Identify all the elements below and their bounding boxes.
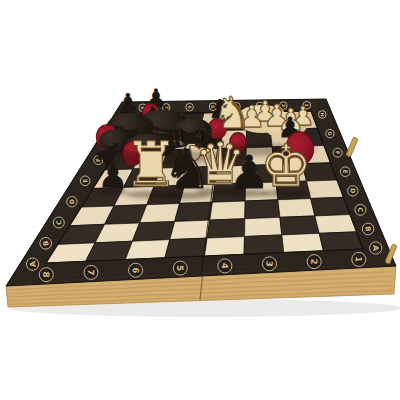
border-label-top: 5 [209,103,217,111]
coordinate-text: D [349,188,356,193]
coordinate-text: G [108,137,114,142]
coordinate-text: 4 [234,105,239,108]
board-square [246,165,277,184]
brass-clasp [346,137,358,157]
board-square [315,215,357,234]
board-square [215,165,246,184]
coordinate-text: C [356,207,364,212]
border-label-bottom: 3 [262,257,276,271]
border-label-right: B [362,223,374,235]
border-label-right: E [340,167,350,177]
coordinate-text: 8 [140,106,145,109]
border-label-left: A [26,257,39,270]
board-square [245,182,278,201]
border-label-right: H [318,111,326,119]
border-label-bottom: 8 [39,267,53,281]
coordinate-text: E [342,170,348,174]
board-square [244,235,284,254]
board-square [319,232,363,251]
border-label-top: 4 [233,103,241,111]
border-label-top: 1 [303,101,311,109]
border-label-left: B [39,237,52,250]
coordinate-text: 2 [309,258,319,264]
coordinate-text: 8 [41,271,51,277]
coordinate-text: D [68,199,75,205]
border-label-left: E [80,176,90,186]
border-label-bottom: 4 [218,259,232,273]
border-label-bottom: 1 [352,252,366,266]
board-square [125,240,170,260]
coordinate-text: 1 [304,104,309,107]
coordinate-text: B [363,226,371,232]
border-label-left: G [107,135,116,144]
board-square [205,237,245,257]
coordinate-text: B [42,240,50,246]
board-square [247,112,271,130]
board-square [272,146,302,164]
brass-clasp-hook [346,137,358,157]
board-square [180,184,215,203]
coordinate-text: 6 [130,267,140,273]
border-label-left: F [93,155,103,165]
border-label-top: 6 [186,103,194,111]
board-square [210,201,245,220]
board-square [278,199,315,218]
coordinate-text: 3 [257,104,262,107]
border-label-right: C [355,204,366,215]
border-label-top: 8 [139,104,147,112]
border-label-right: F [333,148,342,157]
coordinate-text: 5 [175,265,185,271]
coordinate-text: A [371,245,380,251]
board-square [223,112,247,130]
coordinate-text: 7 [86,269,96,275]
border-label-left: D [66,196,77,207]
coordinate-text: 1 [354,256,364,262]
coordinate-text: E [82,179,88,184]
coordinate-text: 6 [187,105,192,108]
coordinate-text: G [327,131,333,135]
board-square [276,181,311,200]
coordinate-text: 7 [164,106,169,109]
border-label-bottom: 2 [307,254,321,268]
board-scene: 8765432187654321ABCDEFGHABCDEFGH [0,0,400,400]
border-label-left: H [120,114,128,122]
border-label-right: D [347,185,358,196]
border-label-right: A [369,242,382,255]
board-square [274,164,306,183]
coordinate-text: C [55,220,63,226]
board-square [165,238,207,258]
border-label-right: G [326,129,335,138]
border-label-left: C [53,217,65,229]
border-label-top: 3 [256,102,264,110]
board-square [245,200,280,219]
board-square [175,202,213,221]
border-label-top: 2 [280,102,288,110]
board-square [207,219,245,238]
board-square [246,129,272,147]
board-square [170,220,210,240]
coordinate-text: 5 [210,105,215,108]
board-square [246,147,274,166]
coordinate-text: H [122,116,127,120]
coordinate-text: A [28,261,37,268]
chess-set-photo: 8765432187654321ABCDEFGHABCDEFGH ♟♜♞♛♟♚♞… [0,0,400,400]
board-square [220,130,246,149]
border-label-bottom: 6 [128,263,142,277]
board-square [185,166,218,185]
board-square [280,216,319,235]
coordinate-text: H [320,112,325,116]
coordinate-text: 3 [264,261,274,267]
border-label-bottom: 7 [84,265,98,279]
board-square [245,217,282,236]
board-square [218,148,247,167]
coordinate-text: 4 [220,263,230,269]
border-label-bottom: 5 [173,261,187,275]
board-square [212,183,245,202]
board-square [132,222,174,242]
board-square [282,233,324,252]
coordinate-text: 2 [281,104,286,107]
border-label-top: 7 [162,104,170,112]
board-square [270,129,298,147]
coordinate-text: F [335,151,341,155]
